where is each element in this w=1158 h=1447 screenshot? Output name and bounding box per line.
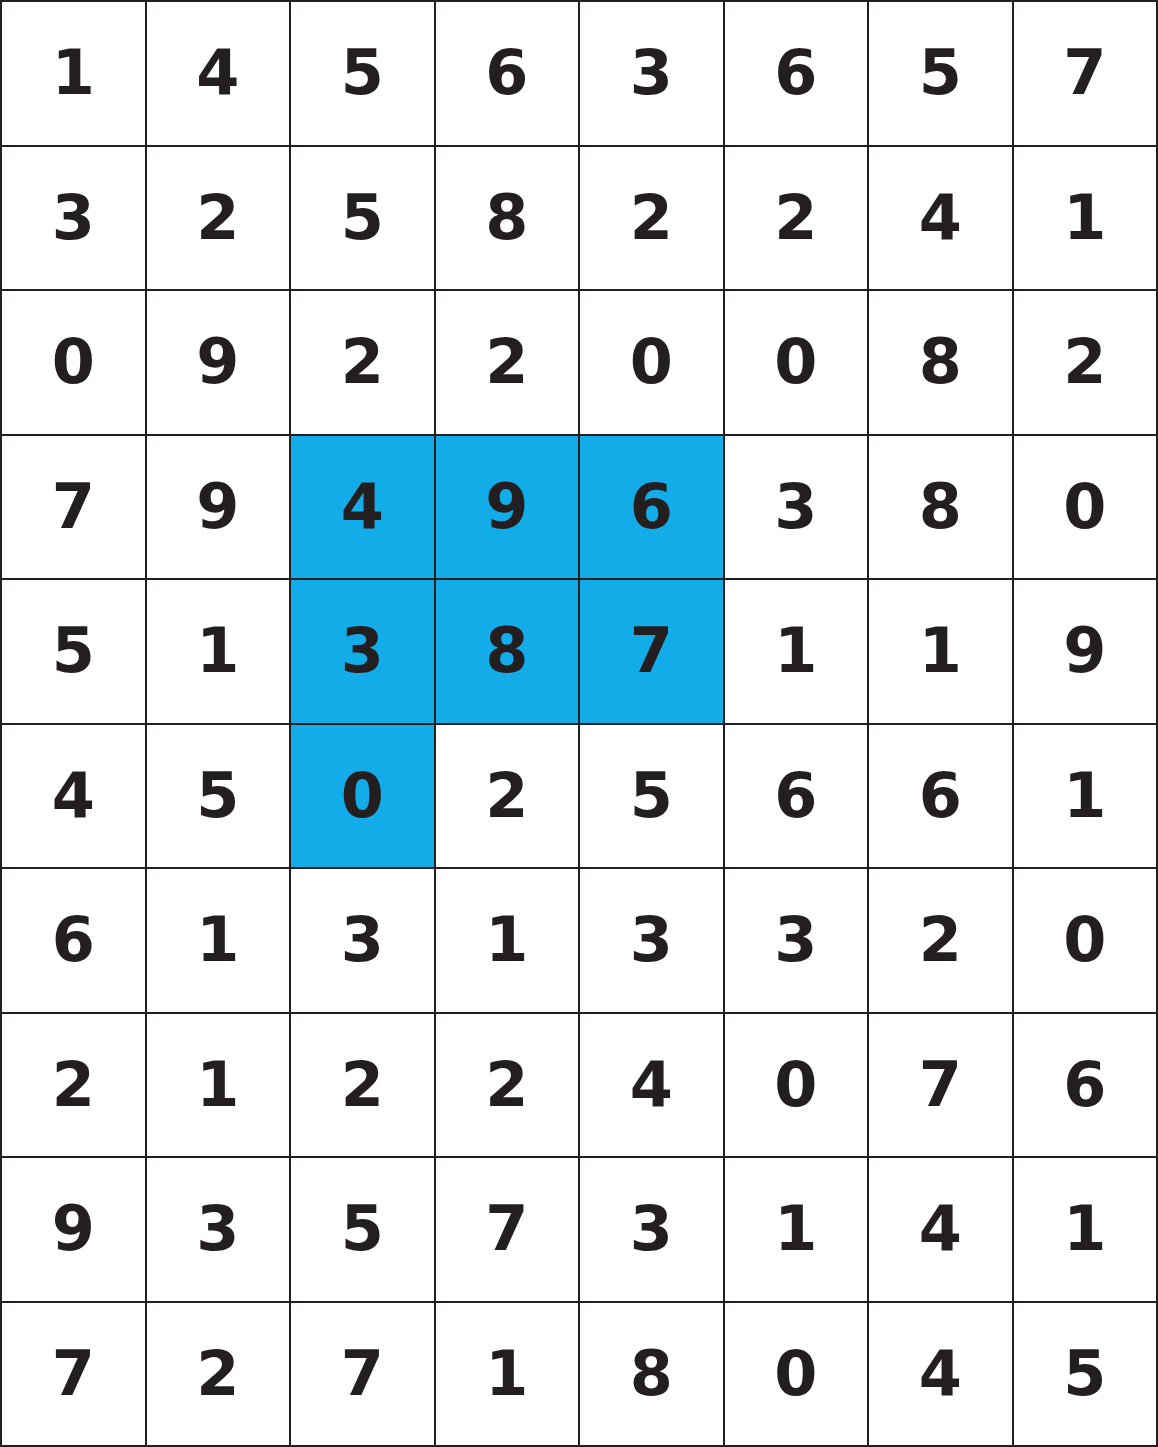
puzzle-board-container: 1456365732582241092200827949638051387119… — [0, 0, 1158, 1447]
grid-cell-r3c2[interactable]: 9 — [146, 290, 291, 435]
grid-cell-r9c6[interactable]: 1 — [724, 1157, 869, 1302]
grid-cell-r10c7[interactable]: 4 — [868, 1302, 1013, 1447]
number-grid: 1456365732582241092200827949638051387119… — [0, 0, 1158, 1447]
grid-cell-r10c1[interactable]: 7 — [1, 1302, 146, 1447]
grid-cell-r3c7[interactable]: 8 — [868, 290, 1013, 435]
grid-cell-r10c3[interactable]: 7 — [290, 1302, 435, 1447]
grid-cell-r5c8[interactable]: 9 — [1013, 579, 1158, 724]
grid-cell-r5c3-highlighted[interactable]: 3 — [290, 579, 435, 724]
grid-cell-r10c4[interactable]: 1 — [435, 1302, 580, 1447]
grid-cell-r3c4[interactable]: 2 — [435, 290, 580, 435]
grid-cell-r9c3[interactable]: 5 — [290, 1157, 435, 1302]
grid-cell-r1c7[interactable]: 5 — [868, 1, 1013, 146]
grid-cell-r9c5[interactable]: 3 — [579, 1157, 724, 1302]
grid-cell-r6c5[interactable]: 5 — [579, 724, 724, 869]
grid-cell-r6c3-highlighted[interactable]: 0 — [290, 724, 435, 869]
grid-cell-r7c5[interactable]: 3 — [579, 868, 724, 1013]
grid-cell-r10c6[interactable]: 0 — [724, 1302, 869, 1447]
grid-cell-r3c3[interactable]: 2 — [290, 290, 435, 435]
grid-cell-r1c3[interactable]: 5 — [290, 1, 435, 146]
grid-cell-r7c1[interactable]: 6 — [1, 868, 146, 1013]
grid-cell-r2c1[interactable]: 3 — [1, 146, 146, 291]
grid-cell-r3c8[interactable]: 2 — [1013, 290, 1158, 435]
grid-cell-r5c6[interactable]: 1 — [724, 579, 869, 724]
grid-cell-r1c5[interactable]: 3 — [579, 1, 724, 146]
grid-cell-r8c6[interactable]: 0 — [724, 1013, 869, 1158]
grid-cell-r2c2[interactable]: 2 — [146, 146, 291, 291]
grid-cell-r7c4[interactable]: 1 — [435, 868, 580, 1013]
grid-cell-r3c5[interactable]: 0 — [579, 290, 724, 435]
grid-cell-r6c6[interactable]: 6 — [724, 724, 869, 869]
grid-cell-r1c8[interactable]: 7 — [1013, 1, 1158, 146]
grid-cell-r8c3[interactable]: 2 — [290, 1013, 435, 1158]
grid-cell-r4c3-highlighted[interactable]: 4 — [290, 435, 435, 580]
grid-cell-r2c5[interactable]: 2 — [579, 146, 724, 291]
grid-cell-r3c1[interactable]: 0 — [1, 290, 146, 435]
grid-cell-r7c6[interactable]: 3 — [724, 868, 869, 1013]
grid-cell-r4c1[interactable]: 7 — [1, 435, 146, 580]
grid-cell-r1c1[interactable]: 1 — [1, 1, 146, 146]
grid-cell-r6c1[interactable]: 4 — [1, 724, 146, 869]
grid-cell-r4c2[interactable]: 9 — [146, 435, 291, 580]
grid-cell-r5c2[interactable]: 1 — [146, 579, 291, 724]
grid-cell-r3c6[interactable]: 0 — [724, 290, 869, 435]
grid-cell-r9c2[interactable]: 3 — [146, 1157, 291, 1302]
grid-cell-r2c7[interactable]: 4 — [868, 146, 1013, 291]
grid-cell-r6c8[interactable]: 1 — [1013, 724, 1158, 869]
grid-cell-r9c7[interactable]: 4 — [868, 1157, 1013, 1302]
grid-cell-r8c1[interactable]: 2 — [1, 1013, 146, 1158]
grid-cell-r1c4[interactable]: 6 — [435, 1, 580, 146]
grid-cell-r1c6[interactable]: 6 — [724, 1, 869, 146]
grid-cell-r7c3[interactable]: 3 — [290, 868, 435, 1013]
grid-cell-r4c4-highlighted[interactable]: 9 — [435, 435, 580, 580]
grid-cell-r4c8[interactable]: 0 — [1013, 435, 1158, 580]
grid-cell-r5c1[interactable]: 5 — [1, 579, 146, 724]
grid-cell-r5c5-highlighted[interactable]: 7 — [579, 579, 724, 724]
grid-cell-r9c8[interactable]: 1 — [1013, 1157, 1158, 1302]
grid-cell-r4c6[interactable]: 3 — [724, 435, 869, 580]
grid-cell-r2c8[interactable]: 1 — [1013, 146, 1158, 291]
grid-cell-r4c7[interactable]: 8 — [868, 435, 1013, 580]
grid-cell-r6c4[interactable]: 2 — [435, 724, 580, 869]
grid-cell-r1c2[interactable]: 4 — [146, 1, 291, 146]
grid-cell-r2c4[interactable]: 8 — [435, 146, 580, 291]
grid-cell-r5c7[interactable]: 1 — [868, 579, 1013, 724]
grid-cell-r10c8[interactable]: 5 — [1013, 1302, 1158, 1447]
grid-cell-r8c8[interactable]: 6 — [1013, 1013, 1158, 1158]
grid-cell-r10c5[interactable]: 8 — [579, 1302, 724, 1447]
grid-cell-r6c7[interactable]: 6 — [868, 724, 1013, 869]
grid-cell-r9c4[interactable]: 7 — [435, 1157, 580, 1302]
grid-cell-r8c4[interactable]: 2 — [435, 1013, 580, 1158]
grid-cell-r9c1[interactable]: 9 — [1, 1157, 146, 1302]
grid-cell-r6c2[interactable]: 5 — [146, 724, 291, 869]
grid-cell-r8c2[interactable]: 1 — [146, 1013, 291, 1158]
grid-cell-r4c5-highlighted[interactable]: 6 — [579, 435, 724, 580]
grid-cell-r7c2[interactable]: 1 — [146, 868, 291, 1013]
grid-cell-r7c8[interactable]: 0 — [1013, 868, 1158, 1013]
grid-cell-r2c6[interactable]: 2 — [724, 146, 869, 291]
grid-cell-r8c5[interactable]: 4 — [579, 1013, 724, 1158]
grid-cell-r2c3[interactable]: 5 — [290, 146, 435, 291]
grid-cell-r10c2[interactable]: 2 — [146, 1302, 291, 1447]
grid-cell-r7c7[interactable]: 2 — [868, 868, 1013, 1013]
grid-cell-r5c4-highlighted[interactable]: 8 — [435, 579, 580, 724]
grid-cell-r8c7[interactable]: 7 — [868, 1013, 1013, 1158]
